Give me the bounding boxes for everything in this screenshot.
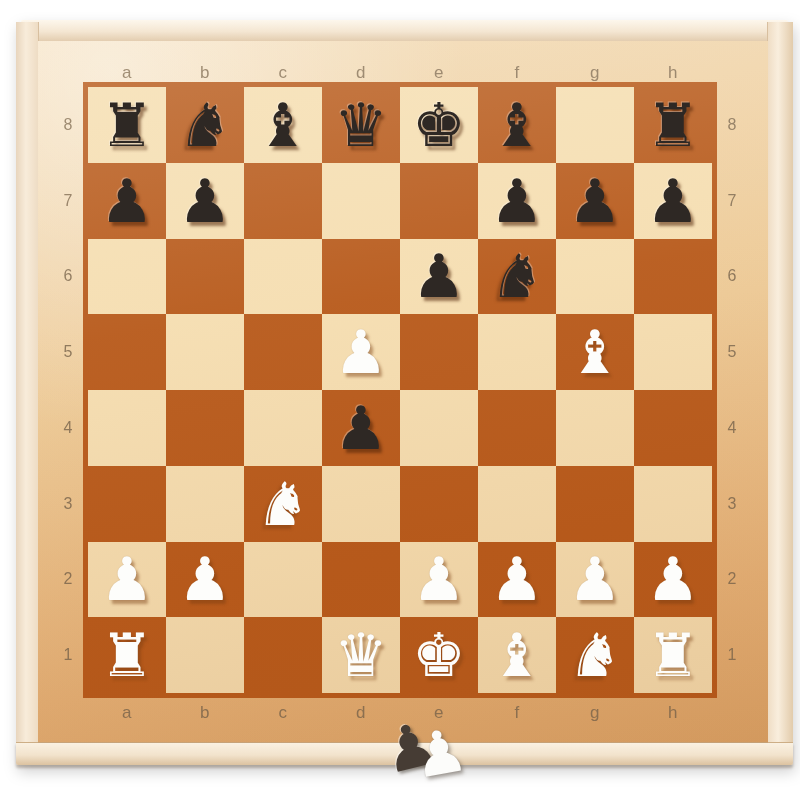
rank-label-2: 2: [64, 570, 73, 588]
piece-white-pawn-h2[interactable]: ♟: [646, 549, 700, 609]
rank-labels-right: 87654321: [720, 87, 744, 693]
file-label-b: b: [200, 63, 210, 83]
square-g4[interactable]: [556, 390, 634, 466]
square-f4[interactable]: [478, 390, 556, 466]
piece-white-pawn-b2[interactable]: ♟: [178, 549, 232, 609]
photo-background: abcdefgh abcdefgh 87654321 87654321 ♜♞♝♛…: [0, 0, 800, 800]
frame-right-rail: [767, 22, 793, 744]
square-f8[interactable]: ♝: [478, 87, 556, 163]
file-label-f: f: [514, 703, 519, 723]
rank-label-2: 2: [728, 570, 737, 588]
rank-label-3: 3: [64, 495, 73, 513]
frame-left-rail: [16, 22, 39, 744]
square-d6[interactable]: [322, 239, 400, 315]
square-c2[interactable]: [244, 542, 322, 618]
piece-black-pawn-a7[interactable]: ♟: [100, 171, 154, 231]
file-label-h: h: [668, 703, 678, 723]
square-b3[interactable]: [166, 466, 244, 542]
file-label-a: a: [122, 703, 132, 723]
frame-top-rail: [21, 20, 788, 42]
rank-label-4: 4: [64, 419, 73, 437]
square-d8[interactable]: ♛: [322, 87, 400, 163]
piece-white-knight-c3[interactable]: ♞: [256, 474, 310, 534]
square-a1[interactable]: ♜: [88, 617, 166, 693]
square-a7[interactable]: ♟: [88, 163, 166, 239]
square-g5[interactable]: ♝: [556, 314, 634, 390]
square-h8[interactable]: ♜: [634, 87, 712, 163]
square-g1[interactable]: ♞: [556, 617, 634, 693]
piece-white-knight-g1[interactable]: ♞: [568, 625, 622, 685]
square-d3[interactable]: [322, 466, 400, 542]
piece-white-bishop-f1[interactable]: ♝: [490, 625, 544, 685]
square-f7[interactable]: ♟: [478, 163, 556, 239]
square-f1[interactable]: ♝: [478, 617, 556, 693]
square-g2[interactable]: ♟: [556, 542, 634, 618]
square-c6[interactable]: [244, 239, 322, 315]
file-labels-top: abcdefgh: [88, 63, 712, 83]
square-h7[interactable]: ♟: [634, 163, 712, 239]
square-a6[interactable]: [88, 239, 166, 315]
square-e1[interactable]: ♚: [400, 617, 478, 693]
file-label-g: g: [590, 703, 600, 723]
square-b4[interactable]: [166, 390, 244, 466]
file-label-g: g: [590, 63, 600, 83]
square-e5[interactable]: [400, 314, 478, 390]
file-label-c: c: [279, 63, 288, 83]
piece-black-pawn-g7[interactable]: ♟: [568, 171, 622, 231]
square-c7[interactable]: [244, 163, 322, 239]
square-b7[interactable]: ♟: [166, 163, 244, 239]
file-label-d: d: [356, 63, 366, 83]
piece-black-pawn-b7[interactable]: ♟: [178, 171, 232, 231]
demo-chessboard: abcdefgh abcdefgh 87654321 87654321 ♜♞♝♛…: [16, 20, 793, 765]
chess-grid: ♜♞♝♛♚♝♜♟♟♟♟♟♟♞♟♝♟♞♟♟♟♟♟♟♜♛♚♝♞♜: [83, 82, 717, 698]
square-e3[interactable]: [400, 466, 478, 542]
square-d2[interactable]: [322, 542, 400, 618]
piece-white-king-e1[interactable]: ♚: [412, 625, 466, 685]
square-c5[interactable]: [244, 314, 322, 390]
rank-labels-left: 87654321: [56, 87, 80, 693]
file-label-e: e: [434, 63, 444, 83]
board-surface: abcdefgh abcdefgh 87654321 87654321 ♜♞♝♛…: [38, 41, 768, 743]
rank-label-5: 5: [64, 343, 73, 361]
square-f3[interactable]: [478, 466, 556, 542]
square-g8[interactable]: [556, 87, 634, 163]
captured-white-pawn[interactable]: ♟: [408, 719, 471, 787]
square-e8[interactable]: ♚: [400, 87, 478, 163]
piece-black-queen-d8[interactable]: ♛: [334, 95, 388, 155]
piece-white-bishop-g5[interactable]: ♝: [568, 322, 622, 382]
square-e4[interactable]: [400, 390, 478, 466]
piece-white-rook-a1[interactable]: ♜: [100, 625, 154, 685]
square-h6[interactable]: [634, 239, 712, 315]
piece-white-pawn-a2[interactable]: ♟: [100, 549, 154, 609]
square-f5[interactable]: [478, 314, 556, 390]
piece-black-rook-a8[interactable]: ♜: [100, 95, 154, 155]
piece-black-king-e8[interactable]: ♚: [412, 95, 466, 155]
file-label-b: b: [200, 703, 210, 723]
rank-label-6: 6: [64, 267, 73, 285]
square-c4[interactable]: [244, 390, 322, 466]
square-b6[interactable]: [166, 239, 244, 315]
piece-white-pawn-f2[interactable]: ♟: [490, 549, 544, 609]
piece-white-queen-d1[interactable]: ♛: [334, 625, 388, 685]
square-h3[interactable]: [634, 466, 712, 542]
rank-label-1: 1: [64, 646, 73, 664]
square-e7[interactable]: [400, 163, 478, 239]
square-f6[interactable]: ♞: [478, 239, 556, 315]
piece-black-pawn-e6[interactable]: ♟: [412, 246, 466, 306]
piece-white-pawn-g2[interactable]: ♟: [568, 549, 622, 609]
piece-black-pawn-h7[interactable]: ♟: [646, 171, 700, 231]
square-b8[interactable]: ♞: [166, 87, 244, 163]
square-a2[interactable]: ♟: [88, 542, 166, 618]
square-b2[interactable]: ♟: [166, 542, 244, 618]
file-label-a: a: [122, 63, 132, 83]
square-d4[interactable]: ♟: [322, 390, 400, 466]
rank-label-6: 6: [728, 267, 737, 285]
rank-label-8: 8: [728, 116, 737, 134]
square-c8[interactable]: ♝: [244, 87, 322, 163]
square-g3[interactable]: [556, 466, 634, 542]
square-d7[interactable]: [322, 163, 400, 239]
rank-label-7: 7: [728, 192, 737, 210]
square-a3[interactable]: [88, 466, 166, 542]
rank-label-8: 8: [64, 116, 73, 134]
rank-label-5: 5: [728, 343, 737, 361]
square-a8[interactable]: ♜: [88, 87, 166, 163]
square-h2[interactable]: ♟: [634, 542, 712, 618]
piece-black-bishop-f8[interactable]: ♝: [490, 95, 544, 155]
rank-label-4: 4: [728, 419, 737, 437]
square-b1[interactable]: [166, 617, 244, 693]
square-g7[interactable]: ♟: [556, 163, 634, 239]
file-label-c: c: [279, 703, 288, 723]
square-a5[interactable]: [88, 314, 166, 390]
piece-white-pawn-d5[interactable]: ♟: [334, 322, 388, 382]
square-b5[interactable]: [166, 314, 244, 390]
square-c3[interactable]: ♞: [244, 466, 322, 542]
square-d1[interactable]: ♛: [322, 617, 400, 693]
square-h5[interactable]: [634, 314, 712, 390]
square-f2[interactable]: ♟: [478, 542, 556, 618]
file-label-f: f: [514, 63, 519, 83]
rank-label-3: 3: [728, 495, 737, 513]
square-g6[interactable]: [556, 239, 634, 315]
piece-black-pawn-f7[interactable]: ♟: [490, 171, 544, 231]
piece-black-pawn-d4[interactable]: ♟: [334, 398, 388, 458]
piece-black-bishop-c8[interactable]: ♝: [256, 95, 310, 155]
square-h1[interactable]: ♜: [634, 617, 712, 693]
piece-white-pawn-e2[interactable]: ♟: [412, 549, 466, 609]
piece-black-knight-f6[interactable]: ♞: [490, 246, 544, 306]
square-h4[interactable]: [634, 390, 712, 466]
square-e2[interactable]: ♟: [400, 542, 478, 618]
square-e6[interactable]: ♟: [400, 239, 478, 315]
square-c1[interactable]: [244, 617, 322, 693]
file-label-d: d: [356, 703, 366, 723]
piece-black-rook-h8[interactable]: ♜: [646, 95, 700, 155]
rank-label-1: 1: [728, 646, 737, 664]
square-d5[interactable]: ♟: [322, 314, 400, 390]
rank-label-7: 7: [64, 192, 73, 210]
square-a4[interactable]: [88, 390, 166, 466]
piece-black-knight-b8[interactable]: ♞: [178, 95, 232, 155]
file-label-h: h: [668, 63, 678, 83]
piece-white-rook-h1[interactable]: ♜: [646, 625, 700, 685]
